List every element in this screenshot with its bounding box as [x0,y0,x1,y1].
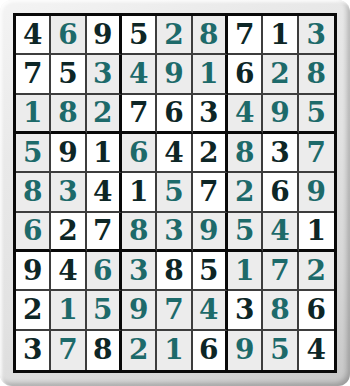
cell-r7c6[interactable]: 5 [193,252,228,291]
cell-r1c5[interactable]: 2 [157,16,192,55]
cell-r4c6[interactable]: 2 [193,134,228,173]
cell-r8c2[interactable]: 1 [51,291,86,330]
cell-r9c7[interactable]: 9 [228,331,263,370]
cell-r7c7[interactable]: 1 [228,252,263,291]
cell-r3c1[interactable]: 1 [16,95,51,134]
cell-r5c2[interactable]: 3 [51,173,86,212]
cell-r8c6[interactable]: 4 [193,291,228,330]
cell-r7c5[interactable]: 8 [157,252,192,291]
cell-r5c1[interactable]: 8 [16,173,51,212]
cell-r6c5[interactable]: 3 [157,213,192,252]
cell-r8c5[interactable]: 7 [157,291,192,330]
cell-r2c6[interactable]: 1 [193,55,228,94]
cell-r6c9[interactable]: 1 [299,213,334,252]
cell-r7c8[interactable]: 7 [263,252,298,291]
cell-r9c8[interactable]: 5 [263,331,298,370]
board-frame: 4695287137534916281827634955916428378341… [0,0,350,386]
cell-r2c2[interactable]: 5 [51,55,86,94]
cell-r2c8[interactable]: 2 [263,55,298,94]
cell-r7c1[interactable]: 9 [16,252,51,291]
cell-r9c1[interactable]: 3 [16,331,51,370]
cell-r3c9[interactable]: 5 [299,95,334,134]
cell-r5c3[interactable]: 4 [87,173,122,212]
cell-r3c3[interactable]: 2 [87,95,122,134]
cell-r4c1[interactable]: 5 [16,134,51,173]
cell-r7c9[interactable]: 2 [299,252,334,291]
cell-r8c3[interactable]: 5 [87,291,122,330]
cell-r2c4[interactable]: 4 [122,55,157,94]
cell-r5c5[interactable]: 5 [157,173,192,212]
cell-r3c2[interactable]: 8 [51,95,86,134]
cell-r8c1[interactable]: 2 [16,291,51,330]
cell-r3c4[interactable]: 7 [122,95,157,134]
cell-r1c3[interactable]: 9 [87,16,122,55]
cell-r8c9[interactable]: 6 [299,291,334,330]
cell-r5c9[interactable]: 9 [299,173,334,212]
cell-r7c4[interactable]: 3 [122,252,157,291]
cell-r1c4[interactable]: 5 [122,16,157,55]
cell-r6c4[interactable]: 8 [122,213,157,252]
cell-r5c8[interactable]: 6 [263,173,298,212]
cell-r4c3[interactable]: 1 [87,134,122,173]
cell-r9c9[interactable]: 4 [299,331,334,370]
cell-r7c3[interactable]: 6 [87,252,122,291]
cell-r1c2[interactable]: 6 [51,16,86,55]
cell-r4c7[interactable]: 8 [228,134,263,173]
cell-r1c9[interactable]: 3 [299,16,334,55]
cell-r3c8[interactable]: 9 [263,95,298,134]
cell-r4c9[interactable]: 7 [299,134,334,173]
cell-r1c6[interactable]: 8 [193,16,228,55]
cell-r2c7[interactable]: 6 [228,55,263,94]
cell-r3c6[interactable]: 3 [193,95,228,134]
sudoku-board: 4695287137534916281827634955916428378341… [13,13,337,373]
cell-r9c5[interactable]: 1 [157,331,192,370]
cell-r9c3[interactable]: 8 [87,331,122,370]
cell-r2c9[interactable]: 8 [299,55,334,94]
cell-r5c4[interactable]: 1 [122,173,157,212]
cell-r6c1[interactable]: 6 [16,213,51,252]
cell-r6c6[interactable]: 9 [193,213,228,252]
cell-r1c1[interactable]: 4 [16,16,51,55]
cell-r4c2[interactable]: 9 [51,134,86,173]
cell-r1c8[interactable]: 1 [263,16,298,55]
cell-r8c4[interactable]: 9 [122,291,157,330]
cell-r9c6[interactable]: 6 [193,331,228,370]
cell-r5c6[interactable]: 7 [193,173,228,212]
cell-r1c7[interactable]: 7 [228,16,263,55]
cell-r6c3[interactable]: 7 [87,213,122,252]
cell-r2c5[interactable]: 9 [157,55,192,94]
cell-r9c4[interactable]: 2 [122,331,157,370]
cell-r2c3[interactable]: 3 [87,55,122,94]
cell-r9c2[interactable]: 7 [51,331,86,370]
cell-r7c2[interactable]: 4 [51,252,86,291]
cell-r3c5[interactable]: 6 [157,95,192,134]
cell-r4c4[interactable]: 6 [122,134,157,173]
cell-r6c8[interactable]: 4 [263,213,298,252]
cell-r2c1[interactable]: 7 [16,55,51,94]
cell-r6c7[interactable]: 5 [228,213,263,252]
cell-r4c8[interactable]: 3 [263,134,298,173]
cell-r3c7[interactable]: 4 [228,95,263,134]
cell-r4c5[interactable]: 4 [157,134,192,173]
cell-r5c7[interactable]: 2 [228,173,263,212]
cell-r8c8[interactable]: 8 [263,291,298,330]
cell-r6c2[interactable]: 2 [51,213,86,252]
cell-r8c7[interactable]: 3 [228,291,263,330]
